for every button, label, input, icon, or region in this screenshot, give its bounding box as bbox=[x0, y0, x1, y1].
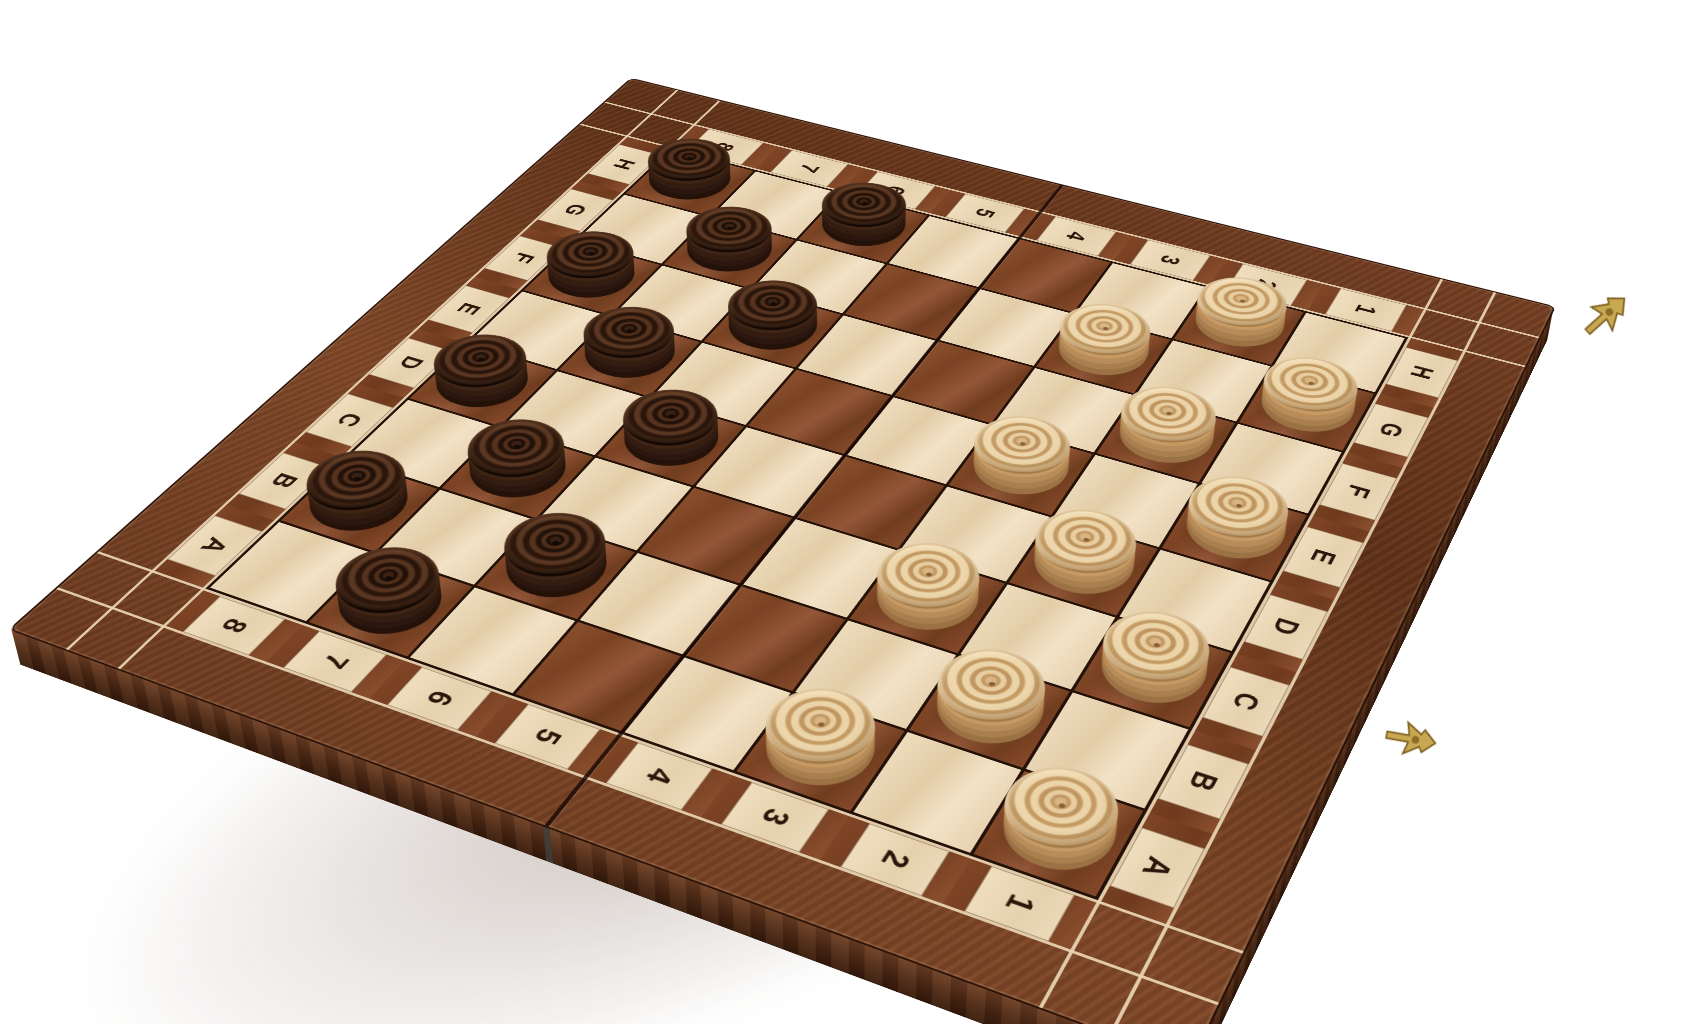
rank-label-2-top: 2 bbox=[1249, 277, 1284, 292]
white-checker-b2[interactable]: ⛀ bbox=[920, 663, 1060, 760]
black-checker-glyph: ⛂ bbox=[476, 423, 555, 474]
white-checker-a3[interactable]: ⛀ bbox=[748, 702, 893, 803]
black-checker-b6[interactable]: ⛂ bbox=[487, 527, 624, 612]
white-checker-c3[interactable]: ⛀ bbox=[860, 558, 994, 646]
file-label-E-left: E bbox=[451, 300, 488, 317]
rank-label-1-top: 1 bbox=[1348, 302, 1383, 318]
white-checker-glyph: ⛀ bbox=[1048, 514, 1123, 569]
black-checker-c7[interactable]: ⛂ bbox=[452, 434, 583, 512]
white-checker-glyph: ⛀ bbox=[889, 548, 967, 605]
black-checker-b8[interactable]: ⛂ bbox=[291, 465, 426, 545]
rank-label-6-top: 6 bbox=[880, 183, 913, 197]
file-label-F-left: F bbox=[506, 250, 541, 265]
file-label-C-left: C bbox=[330, 410, 370, 430]
file-label-H-right: H bbox=[1403, 363, 1441, 382]
rank-label-3-top: 3 bbox=[1153, 253, 1187, 268]
black-checker-glyph: ⛂ bbox=[344, 551, 430, 609]
file-label-H-left: H bbox=[607, 157, 641, 172]
rank-label-4-top: 4 bbox=[1060, 229, 1094, 243]
rank-label-5-top: 5 bbox=[968, 206, 1001, 220]
white-checker-glyph: ⛀ bbox=[1202, 480, 1274, 534]
black-checker-a7[interactable]: ⛂ bbox=[320, 561, 462, 649]
black-checker-glyph: ⛂ bbox=[513, 517, 595, 573]
white-checker-glyph: ⛀ bbox=[1018, 772, 1103, 843]
white-checker-c1[interactable]: ⛀ bbox=[1085, 626, 1220, 720]
file-label-G-right: G bbox=[1372, 419, 1411, 440]
scene: 8765432187654321HGFEDCBAHGFEDCBA ⛂⛂⛂⛂⛂⛂⛂… bbox=[0, 0, 1697, 1024]
brass-clasp-lower-icon bbox=[1380, 712, 1441, 767]
white-checker-glyph: ⛀ bbox=[778, 693, 864, 759]
white-checker-glyph: ⛀ bbox=[986, 420, 1058, 470]
product-photo: 8765432187654321HGFEDCBAHGFEDCBA ⛂⛂⛂⛂⛂⛂⛂… bbox=[0, 0, 1697, 1024]
rank-label-7-top: 7 bbox=[793, 162, 825, 175]
rank-label-8-top: 8 bbox=[709, 140, 741, 153]
checkers-board: 8765432187654321HGFEDCBAHGFEDCBA ⛂⛂⛂⛂⛂⛂⛂… bbox=[11, 79, 1554, 1024]
black-checker-glyph: ⛂ bbox=[315, 454, 397, 506]
white-checker-d2[interactable]: ⛀ bbox=[1019, 524, 1148, 609]
file-label-D-left: D bbox=[392, 353, 431, 372]
white-checker-a1[interactable]: ⛀ bbox=[986, 779, 1132, 887]
file-label-G-left: G bbox=[557, 202, 593, 219]
white-checker-e1[interactable]: ⛀ bbox=[1172, 491, 1297, 573]
white-checker-glyph: ⛀ bbox=[950, 654, 1032, 718]
white-checker-e3[interactable]: ⛀ bbox=[959, 431, 1083, 508]
white-checker-glyph: ⛀ bbox=[1116, 616, 1194, 677]
